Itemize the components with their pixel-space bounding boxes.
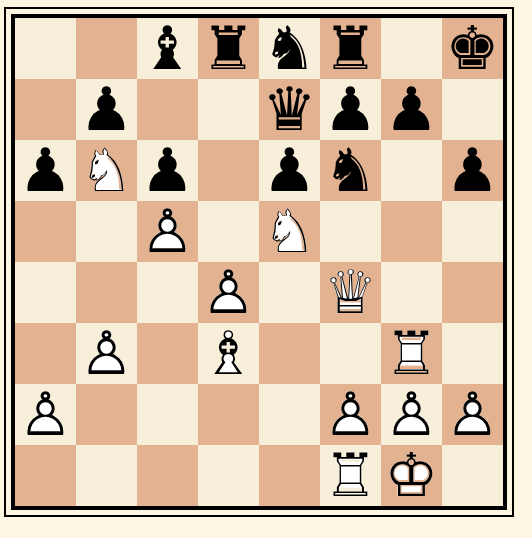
square-g3[interactable]: ♖ <box>381 323 442 384</box>
black-rook[interactable]: ♜ <box>320 18 381 79</box>
square-f5[interactable] <box>320 201 381 262</box>
square-g7[interactable]: ♟ <box>381 79 442 140</box>
square-g1[interactable]: ♔ <box>381 445 442 506</box>
white-pawn[interactable]: ♙ <box>198 262 259 323</box>
square-d2[interactable] <box>198 384 259 445</box>
square-a1[interactable] <box>15 445 76 506</box>
white-knight[interactable]: ♘ <box>76 140 137 201</box>
page-background: { "game": "chess", "position": { "fen": … <box>0 0 532 538</box>
white-king[interactable]: ♔ <box>381 445 442 506</box>
square-b7[interactable]: ♟ <box>76 79 137 140</box>
square-f4[interactable]: ♕ <box>320 262 381 323</box>
square-b5[interactable] <box>76 201 137 262</box>
square-h3[interactable] <box>442 323 503 384</box>
square-b3[interactable]: ♙ <box>76 323 137 384</box>
square-c2[interactable] <box>137 384 198 445</box>
white-knight[interactable]: ♘ <box>259 201 320 262</box>
black-king[interactable]: ♚ <box>442 18 503 79</box>
board-inner-border: ♝♜♞♜♚♟♛♟♟♟♘♟♟♞♟♙♘♙♕♙♗♖♙♙♙♙♖♔ <box>11 14 507 510</box>
square-a8[interactable] <box>15 18 76 79</box>
square-f6[interactable]: ♞ <box>320 140 381 201</box>
white-pawn[interactable]: ♙ <box>320 384 381 445</box>
square-c1[interactable] <box>137 445 198 506</box>
square-d8[interactable]: ♜ <box>198 18 259 79</box>
white-pawn[interactable]: ♙ <box>137 201 198 262</box>
square-b2[interactable] <box>76 384 137 445</box>
square-h6[interactable]: ♟ <box>442 140 503 201</box>
square-e2[interactable] <box>259 384 320 445</box>
square-g5[interactable] <box>381 201 442 262</box>
black-rook[interactable]: ♜ <box>198 18 259 79</box>
white-pawn[interactable]: ♙ <box>76 323 137 384</box>
square-f8[interactable]: ♜ <box>320 18 381 79</box>
white-bishop[interactable]: ♗ <box>198 323 259 384</box>
square-a3[interactable] <box>15 323 76 384</box>
black-pawn[interactable]: ♟ <box>259 140 320 201</box>
square-f1[interactable]: ♖ <box>320 445 381 506</box>
square-d4[interactable]: ♙ <box>198 262 259 323</box>
black-pawn[interactable]: ♟ <box>320 79 381 140</box>
square-h2[interactable]: ♙ <box>442 384 503 445</box>
square-d5[interactable] <box>198 201 259 262</box>
square-a2[interactable]: ♙ <box>15 384 76 445</box>
square-e7[interactable]: ♛ <box>259 79 320 140</box>
square-g2[interactable]: ♙ <box>381 384 442 445</box>
square-a4[interactable] <box>15 262 76 323</box>
square-e3[interactable] <box>259 323 320 384</box>
black-pawn[interactable]: ♟ <box>381 79 442 140</box>
square-a7[interactable] <box>15 79 76 140</box>
square-c7[interactable] <box>137 79 198 140</box>
square-d1[interactable] <box>198 445 259 506</box>
square-h8[interactable]: ♚ <box>442 18 503 79</box>
square-a5[interactable] <box>15 201 76 262</box>
square-d3[interactable]: ♗ <box>198 323 259 384</box>
white-pawn[interactable]: ♙ <box>15 384 76 445</box>
square-e6[interactable]: ♟ <box>259 140 320 201</box>
white-rook[interactable]: ♖ <box>381 323 442 384</box>
square-h1[interactable] <box>442 445 503 506</box>
black-knight[interactable]: ♞ <box>259 18 320 79</box>
square-g4[interactable] <box>381 262 442 323</box>
square-e5[interactable]: ♘ <box>259 201 320 262</box>
square-c4[interactable] <box>137 262 198 323</box>
square-f2[interactable]: ♙ <box>320 384 381 445</box>
square-c5[interactable]: ♙ <box>137 201 198 262</box>
white-pawn[interactable]: ♙ <box>381 384 442 445</box>
black-pawn[interactable]: ♟ <box>76 79 137 140</box>
square-h4[interactable] <box>442 262 503 323</box>
black-knight[interactable]: ♞ <box>320 140 381 201</box>
square-g8[interactable] <box>381 18 442 79</box>
square-b8[interactable] <box>76 18 137 79</box>
black-bishop[interactable]: ♝ <box>137 18 198 79</box>
square-e4[interactable] <box>259 262 320 323</box>
black-pawn[interactable]: ♟ <box>137 140 198 201</box>
square-d6[interactable] <box>198 140 259 201</box>
white-rook[interactable]: ♖ <box>320 445 381 506</box>
square-h5[interactable] <box>442 201 503 262</box>
square-b4[interactable] <box>76 262 137 323</box>
chess-board: ♝♜♞♜♚♟♛♟♟♟♘♟♟♞♟♙♘♙♕♙♗♖♙♙♙♙♖♔ <box>15 18 503 506</box>
white-pawn[interactable]: ♙ <box>442 384 503 445</box>
square-c3[interactable] <box>137 323 198 384</box>
square-h7[interactable] <box>442 79 503 140</box>
square-a6[interactable]: ♟ <box>15 140 76 201</box>
square-d7[interactable] <box>198 79 259 140</box>
square-g6[interactable] <box>381 140 442 201</box>
board-frame: ♝♜♞♜♚♟♛♟♟♟♘♟♟♞♟♙♘♙♕♙♗♖♙♙♙♙♖♔ <box>4 7 514 517</box>
square-b6[interactable]: ♘ <box>76 140 137 201</box>
square-f7[interactable]: ♟ <box>320 79 381 140</box>
square-f3[interactable] <box>320 323 381 384</box>
square-e8[interactable]: ♞ <box>259 18 320 79</box>
white-queen[interactable]: ♕ <box>320 262 381 323</box>
square-e1[interactable] <box>259 445 320 506</box>
black-queen[interactable]: ♛ <box>259 79 320 140</box>
black-pawn[interactable]: ♟ <box>442 140 503 201</box>
square-b1[interactable] <box>76 445 137 506</box>
square-c8[interactable]: ♝ <box>137 18 198 79</box>
square-c6[interactable]: ♟ <box>137 140 198 201</box>
black-pawn[interactable]: ♟ <box>15 140 76 201</box>
